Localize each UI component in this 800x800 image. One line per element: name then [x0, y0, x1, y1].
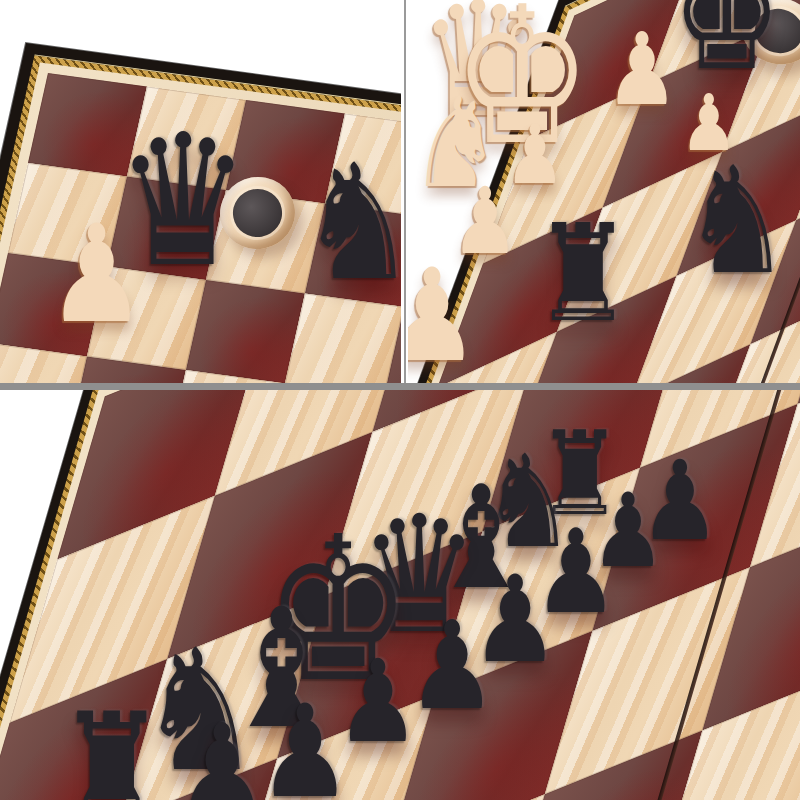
board-grid: [0, 390, 800, 800]
board-square: [28, 73, 147, 177]
board-square: [8, 163, 127, 267]
board-square: [285, 293, 401, 383]
board-margin: [0, 63, 401, 383]
gold-trim: [0, 54, 401, 383]
photo-top-left: ♟ ♛ ♞: [0, 0, 401, 383]
disc-magnet-center: [750, 4, 800, 58]
gold-trim: [0, 390, 800, 800]
vertical-divider-line: [404, 0, 406, 383]
chessboard-bottom: [0, 390, 800, 800]
disc-magnet-center: [229, 185, 286, 240]
chessboard-top-right: [408, 0, 800, 383]
board-square: [107, 176, 226, 280]
board-square: [87, 266, 206, 370]
board-margin: [0, 390, 800, 800]
photo-top-right: ♞ ♛ ♚ ♟ ♟ ♟ ♟ ♟ ♜ ♞ ♚: [408, 0, 800, 383]
board-grid: [408, 0, 800, 383]
horizontal-divider: [0, 383, 800, 390]
gold-trim: [408, 0, 800, 383]
board-square: [127, 86, 246, 190]
board-margin: [408, 0, 800, 383]
chessboard-top-left: [0, 43, 401, 383]
board-grid: [0, 73, 401, 383]
product-collage: ♟ ♛ ♞ ♞ ♛ ♚ ♟ ♟ ♟ ♟ ♟ ♜ ♞ ♚: [0, 0, 800, 800]
photo-bottom: ♜ ♞ ♝ ♚ ♛ ♝ ♞ ♜ ♟ ♟ ♟ ♟ ♟ ♟ ♟ ♟: [0, 390, 800, 800]
board-square: [186, 280, 305, 383]
